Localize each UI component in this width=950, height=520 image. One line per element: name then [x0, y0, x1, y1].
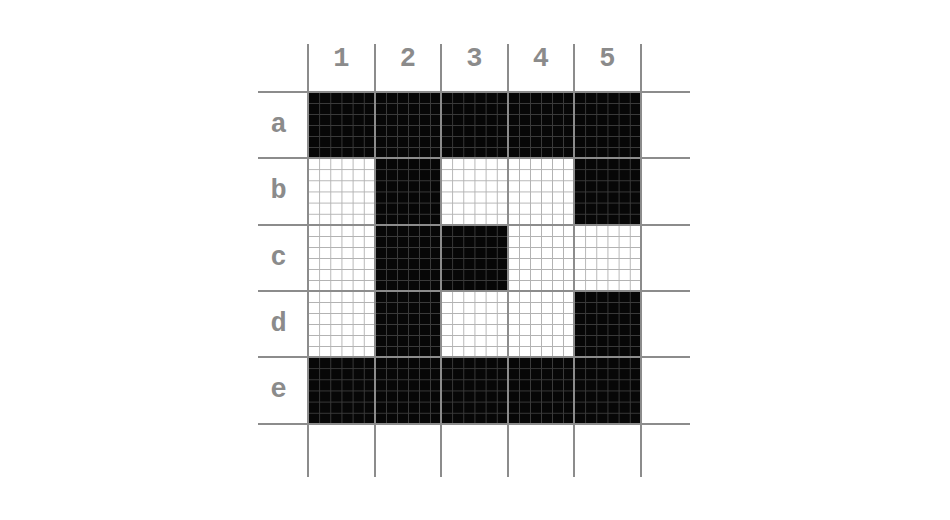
col-label-2: 2 — [375, 44, 442, 92]
row-label-d: d — [258, 291, 308, 357]
cell-b3[interactable] — [441, 158, 508, 224]
pixel-grid-board: 12345 abcde — [258, 44, 690, 477]
gridline-horizontal-2 — [258, 224, 690, 226]
cell-a3[interactable] — [441, 92, 508, 158]
cell-d4[interactable] — [508, 291, 575, 357]
cell-b2[interactable] — [375, 158, 442, 224]
cell-e3[interactable] — [441, 357, 508, 423]
page-canvas: 12345 abcde — [0, 0, 950, 520]
gridline-horizontal-5 — [258, 423, 690, 425]
cell-a5[interactable] — [574, 92, 641, 158]
cell-d1[interactable] — [308, 291, 375, 357]
gridline-vertical-4 — [573, 44, 575, 477]
cell-a1[interactable] — [308, 92, 375, 158]
cell-d5[interactable] — [574, 291, 641, 357]
cell-e2[interactable] — [375, 357, 442, 423]
gridline-horizontal-3 — [258, 290, 690, 292]
cell-d2[interactable] — [375, 291, 442, 357]
row-label-a: a — [258, 92, 308, 158]
cell-b5[interactable] — [574, 158, 641, 224]
gridline-vertical-5 — [640, 44, 642, 477]
cells-grid — [308, 92, 641, 424]
gridline-vertical-0 — [307, 44, 309, 477]
cell-c1[interactable] — [308, 225, 375, 291]
cell-e4[interactable] — [508, 357, 575, 423]
col-label-4: 4 — [508, 44, 575, 92]
gridline-horizontal-0 — [258, 91, 690, 93]
cell-d3[interactable] — [441, 291, 508, 357]
cell-b1[interactable] — [308, 158, 375, 224]
gridline-vertical-2 — [440, 44, 442, 477]
gridline-vertical-1 — [374, 44, 376, 477]
col-label-1: 1 — [308, 44, 375, 92]
cell-c3[interactable] — [441, 225, 508, 291]
row-label-b: b — [258, 158, 308, 224]
cell-c5[interactable] — [574, 225, 641, 291]
cell-e1[interactable] — [308, 357, 375, 423]
cell-c2[interactable] — [375, 225, 442, 291]
col-label-3: 3 — [441, 44, 508, 92]
cell-c4[interactable] — [508, 225, 575, 291]
cell-e5[interactable] — [574, 357, 641, 423]
gridline-horizontal-4 — [258, 356, 690, 358]
cell-a4[interactable] — [508, 92, 575, 158]
gridline-horizontal-1 — [258, 157, 690, 159]
cell-b4[interactable] — [508, 158, 575, 224]
row-label-c: c — [258, 225, 308, 291]
cell-a2[interactable] — [375, 92, 442, 158]
row-label-e: e — [258, 357, 308, 423]
col-label-5: 5 — [574, 44, 641, 92]
gridline-vertical-3 — [507, 44, 509, 477]
